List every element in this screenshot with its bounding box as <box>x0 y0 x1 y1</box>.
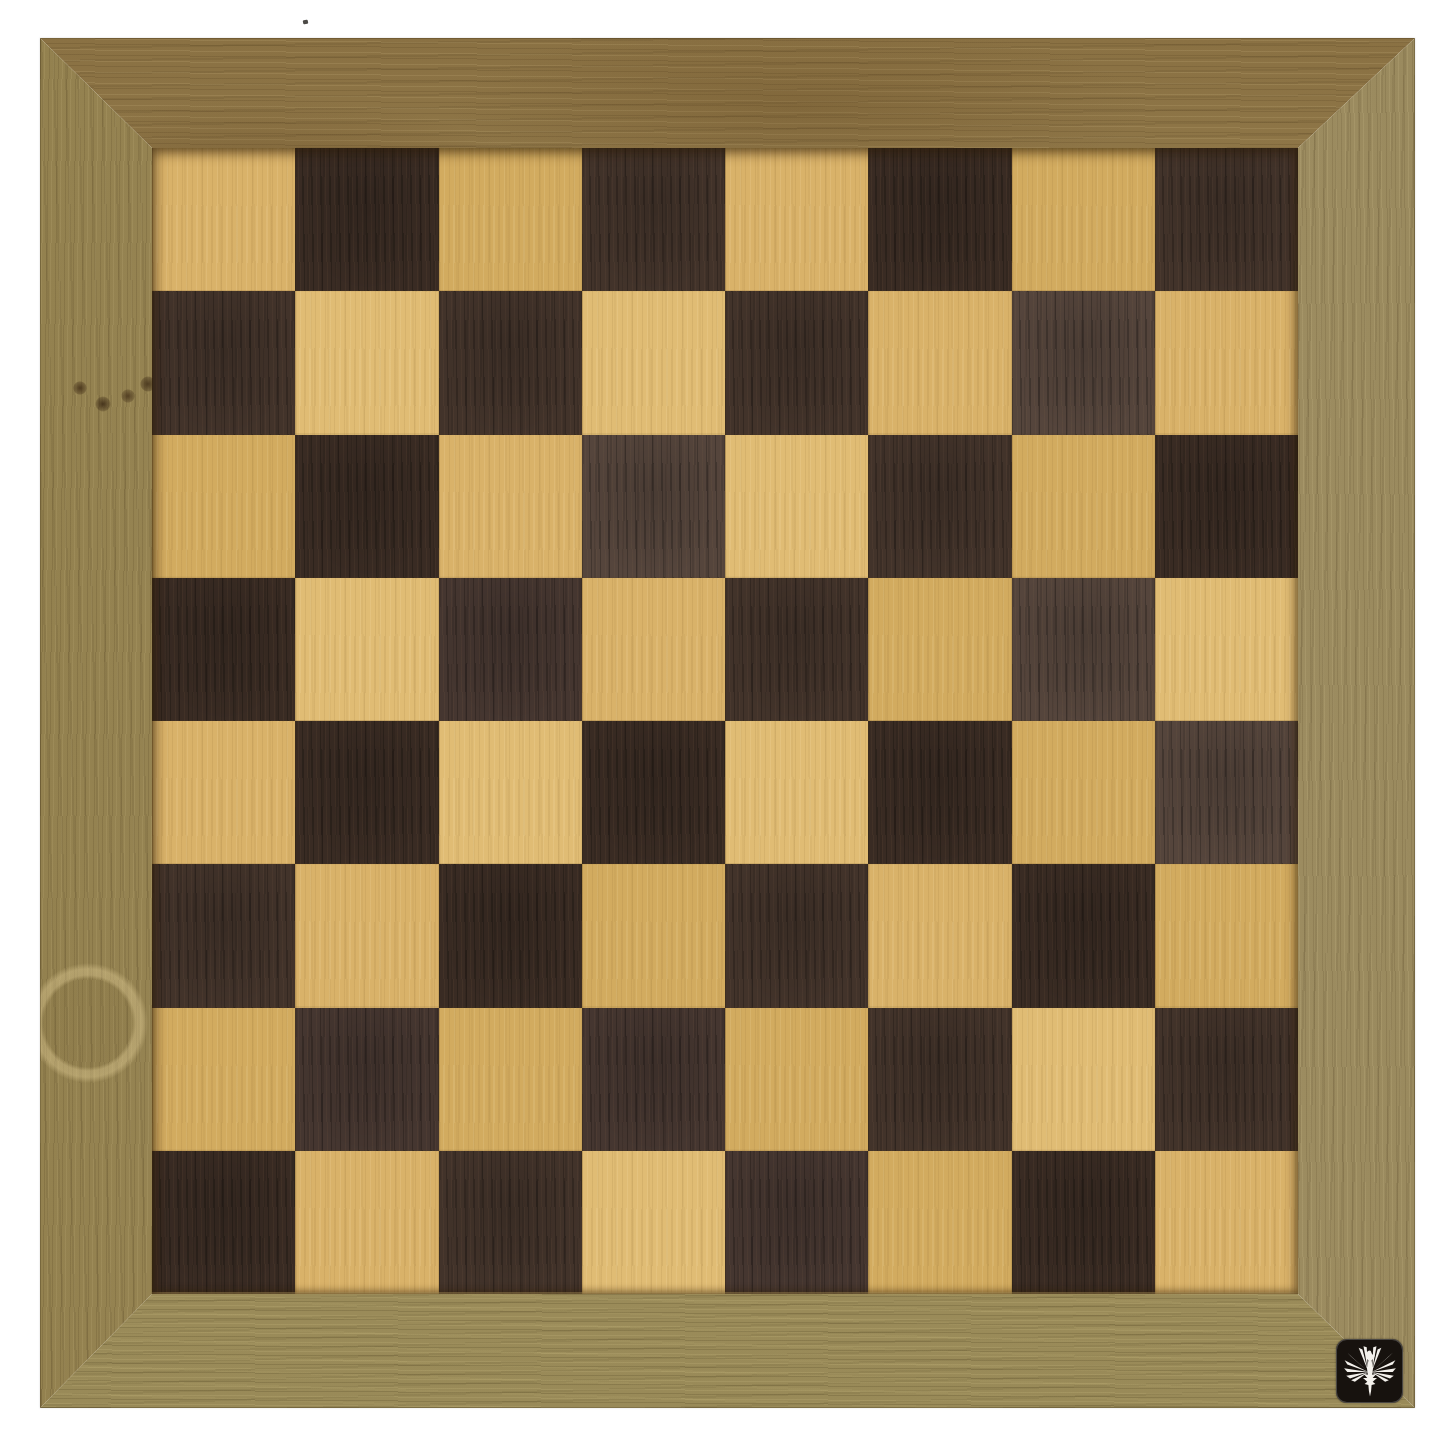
square-c1[interactable] <box>439 1151 582 1294</box>
square-b7[interactable] <box>295 291 438 434</box>
chessboard <box>152 148 1298 1294</box>
square-d3[interactable] <box>582 864 725 1007</box>
square-g6[interactable] <box>1012 435 1155 578</box>
square-a4[interactable] <box>152 721 295 864</box>
square-e3[interactable] <box>725 864 868 1007</box>
chessboard-photo <box>0 0 1448 1448</box>
dust-speck <box>303 20 309 25</box>
square-f1[interactable] <box>868 1151 1011 1294</box>
square-e6[interactable] <box>725 435 868 578</box>
square-b6[interactable] <box>295 435 438 578</box>
square-a3[interactable] <box>152 864 295 1007</box>
square-g8[interactable] <box>1012 148 1155 291</box>
square-g4[interactable] <box>1012 721 1155 864</box>
square-g7[interactable] <box>1012 291 1155 434</box>
square-a1[interactable] <box>152 1151 295 1294</box>
square-b2[interactable] <box>295 1008 438 1151</box>
square-f4[interactable] <box>868 721 1011 864</box>
square-h6[interactable] <box>1155 435 1298 578</box>
square-e2[interactable] <box>725 1008 868 1151</box>
square-h3[interactable] <box>1155 864 1298 1007</box>
square-f6[interactable] <box>868 435 1011 578</box>
square-c4[interactable] <box>439 721 582 864</box>
square-h2[interactable] <box>1155 1008 1298 1151</box>
square-f2[interactable] <box>868 1008 1011 1151</box>
square-c5[interactable] <box>439 578 582 721</box>
square-b3[interactable] <box>295 864 438 1007</box>
square-c8[interactable] <box>439 148 582 291</box>
square-g5[interactable] <box>1012 578 1155 721</box>
brand-badge <box>1336 1339 1403 1403</box>
square-a5[interactable] <box>152 578 295 721</box>
square-f8[interactable] <box>868 148 1011 291</box>
square-e5[interactable] <box>725 578 868 721</box>
square-h7[interactable] <box>1155 291 1298 434</box>
square-b1[interactable] <box>295 1151 438 1294</box>
square-f3[interactable] <box>868 864 1011 1007</box>
eagle-icon <box>1342 1344 1398 1398</box>
board-area <box>152 148 1298 1294</box>
square-d1[interactable] <box>582 1151 725 1294</box>
square-d4[interactable] <box>582 721 725 864</box>
square-h4[interactable] <box>1155 721 1298 864</box>
square-d5[interactable] <box>582 578 725 721</box>
square-h5[interactable] <box>1155 578 1298 721</box>
square-f5[interactable] <box>868 578 1011 721</box>
square-e4[interactable] <box>725 721 868 864</box>
square-g3[interactable] <box>1012 864 1155 1007</box>
square-a2[interactable] <box>152 1008 295 1151</box>
square-c6[interactable] <box>439 435 582 578</box>
square-e1[interactable] <box>725 1151 868 1294</box>
square-g2[interactable] <box>1012 1008 1155 1151</box>
square-d7[interactable] <box>582 291 725 434</box>
square-h8[interactable] <box>1155 148 1298 291</box>
square-d6[interactable] <box>582 435 725 578</box>
square-b5[interactable] <box>295 578 438 721</box>
square-a8[interactable] <box>152 148 295 291</box>
square-a7[interactable] <box>152 291 295 434</box>
square-c2[interactable] <box>439 1008 582 1151</box>
square-e8[interactable] <box>725 148 868 291</box>
square-c3[interactable] <box>439 864 582 1007</box>
square-e7[interactable] <box>725 291 868 434</box>
square-h1[interactable] <box>1155 1151 1298 1294</box>
square-d8[interactable] <box>582 148 725 291</box>
square-g1[interactable] <box>1012 1151 1155 1294</box>
square-b8[interactable] <box>295 148 438 291</box>
square-b4[interactable] <box>295 721 438 864</box>
square-d2[interactable] <box>582 1008 725 1151</box>
square-f7[interactable] <box>868 291 1011 434</box>
square-a6[interactable] <box>152 435 295 578</box>
square-c7[interactable] <box>439 291 582 434</box>
